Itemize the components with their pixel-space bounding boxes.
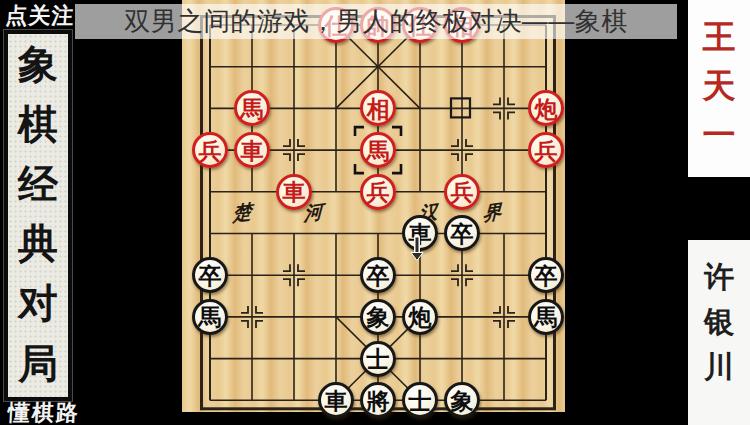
vertical-char: 许 [704,262,734,292]
piece-red-horse[interactable]: 馬 [234,90,270,126]
player-card-red: 王天一 [688,0,750,177]
page-title: 双男之间的游戏，男人的终极对决——象棋 [124,4,628,39]
piece-black-pawn[interactable]: 卒 [360,257,396,293]
piece-black-king[interactable]: 將 [360,382,396,418]
vertical-char: 川 [704,352,734,382]
piece-black-pawn[interactable]: 卒 [444,215,480,251]
vertical-char: 一 [703,118,736,151]
vertical-char: 银 [704,307,734,337]
vertical-char: 棋 [18,104,58,144]
piece-black-chariot[interactable]: 車 [318,382,354,418]
piece-red-pawn[interactable]: 兵 [360,174,396,210]
piece-red-pawn[interactable]: 兵 [444,174,480,210]
piece-red-pawn[interactable]: 兵 [528,132,564,168]
vertical-char: 典 [18,223,58,263]
piece-red-chariot[interactable]: 車 [276,174,312,210]
vertical-char: 王 [703,20,736,53]
piece-black-cannon[interactable]: 炮 [402,299,438,335]
vertical-char: 象 [18,44,58,84]
piece-red-horse[interactable]: 馬 [360,132,396,168]
piece-red-pawn[interactable]: 兵 [192,132,228,168]
vertical-char: 经 [18,164,58,204]
piece-black-pawn[interactable]: 卒 [528,257,564,293]
pieces-layer: 仕帥仕相馬相炮兵車馬兵車兵兵車卒卒卒卒馬象炮馬士車將士象 [189,4,567,421]
page: 点关注 象棋经典对局 懂棋路 楚河汉界 仕帥仕相馬相炮兵車馬兵車兵兵車卒卒卒卒馬… [0,0,750,425]
piece-black-elephant[interactable]: 象 [360,299,396,335]
vertical-char: 对 [18,283,58,323]
left-banner: 象棋经典对局 [4,30,72,401]
channel-label: 懂棋路 [1,400,86,425]
piece-black-chariot[interactable]: 車 [402,215,438,251]
piece-black-elephant[interactable]: 象 [444,382,480,418]
follow-cta-label[interactable]: 点关注 [1,1,79,29]
piece-black-horse[interactable]: 馬 [192,299,228,335]
piece-black-horse[interactable]: 馬 [528,299,564,335]
title-bar: 双男之间的游戏，男人的终极对决——象棋 [75,4,677,39]
piece-red-elephant[interactable]: 相 [360,90,396,126]
piece-red-chariot[interactable]: 車 [234,132,270,168]
vertical-char: 局 [18,343,58,383]
piece-black-advisor[interactable]: 士 [402,382,438,418]
piece-black-advisor[interactable]: 士 [360,341,396,377]
xiangqi-board[interactable]: 楚河汉界 仕帥仕相馬相炮兵車馬兵車兵兵車卒卒卒卒馬象炮馬士車將士象 [182,0,565,412]
piece-red-cannon[interactable]: 炮 [528,90,564,126]
piece-black-pawn[interactable]: 卒 [192,257,228,293]
vertical-char: 天 [703,69,736,102]
player-card-black: 许银川 [688,240,750,425]
